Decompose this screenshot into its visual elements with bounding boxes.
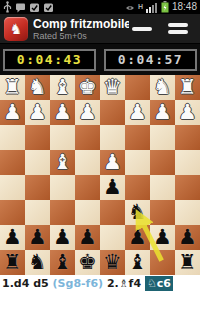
square-h2[interactable]: ♟ (0, 100, 25, 125)
move-token-3[interactable]: ♘c6 (145, 276, 173, 291)
white-pawn: ♟ (153, 100, 172, 125)
square-b7[interactable]: ♟ (150, 225, 175, 250)
hspa-icon: H (138, 3, 143, 11)
square-c7[interactable]: ♟ (125, 225, 150, 250)
black-pawn: ♟ (128, 225, 147, 250)
square-e3[interactable] (75, 125, 100, 150)
white-pawn: ♟ (3, 100, 22, 125)
square-b3[interactable] (150, 125, 175, 150)
square-b5[interactable] (150, 175, 175, 200)
square-f6[interactable] (50, 200, 75, 225)
white-pawn: ♟ (128, 100, 147, 125)
clock-left: 0:04:43 (3, 49, 96, 71)
square-a3[interactable] (175, 125, 200, 150)
minimize-button[interactable] (132, 27, 152, 31)
square-g1[interactable]: ♞ (25, 75, 50, 100)
square-d7[interactable] (100, 225, 125, 250)
white-pawn: ♟ (103, 150, 122, 175)
status-bar: H 18:48 (0, 0, 200, 14)
knight-logo-icon: ♞ (10, 22, 23, 36)
square-a7[interactable]: ♟ (175, 225, 200, 250)
black-pawn: ♟ (3, 225, 22, 250)
square-c4[interactable] (125, 150, 150, 175)
black-bishop: ♝ (128, 250, 147, 275)
black-rook: ♜ (178, 250, 197, 275)
white-pawn: ♟ (178, 100, 197, 125)
square-e4[interactable] (75, 150, 100, 175)
clock-right-value: 0:04:57 (118, 52, 183, 67)
square-c5[interactable] (125, 175, 150, 200)
black-knight: ♞ (28, 250, 47, 275)
white-queen: ♛ (103, 75, 122, 100)
white-king: ♚ (78, 75, 97, 100)
square-f5[interactable] (50, 175, 75, 200)
square-d3[interactable] (100, 125, 125, 150)
visibility-icon (125, 3, 135, 12)
battery-icon (161, 1, 169, 13)
check-box-icon (43, 2, 54, 13)
square-a2[interactable]: ♟ (175, 100, 200, 125)
square-g4[interactable] (25, 150, 50, 175)
black-pawn: ♟ (153, 225, 172, 250)
square-d4[interactable]: ♟ (100, 150, 125, 175)
square-c2[interactable]: ♟ (125, 100, 150, 125)
move-list[interactable]: 1.d4 d5 (Sg8-f6) 2.♗f4 ♘c6 (0, 275, 200, 293)
black-pawn: ♟ (103, 175, 122, 200)
square-e8[interactable]: ♚ (75, 250, 100, 275)
square-h4[interactable] (0, 150, 25, 175)
square-c3[interactable] (125, 125, 150, 150)
app-subtitle: Rated 5m+0s (33, 31, 129, 41)
app-title: Comp fritzmobile… (33, 17, 129, 31)
square-g6[interactable] (25, 200, 50, 225)
clock-right: 0:04:57 (104, 49, 197, 71)
white-pawn: ♟ (53, 100, 72, 125)
black-bishop: ♝ (53, 250, 72, 275)
square-f8[interactable]: ♝ (50, 250, 75, 275)
square-b6[interactable] (150, 200, 175, 225)
black-rook: ♜ (3, 250, 22, 275)
black-king: ♚ (78, 250, 97, 275)
square-a5[interactable] (175, 175, 200, 200)
black-knight: ♞ (128, 200, 147, 225)
white-rook: ♜ (3, 75, 22, 100)
square-d8[interactable]: ♛ (100, 250, 125, 275)
white-bishop: ♝ (53, 150, 72, 175)
square-a6[interactable] (175, 200, 200, 225)
square-d6[interactable] (100, 200, 125, 225)
black-pawn: ♟ (53, 225, 72, 250)
move-token-1[interactable]: (Sg8-f6) (53, 277, 104, 290)
square-c1[interactable] (125, 75, 150, 100)
menu-button[interactable] (168, 23, 188, 34)
square-a4[interactable] (175, 150, 200, 175)
white-knight: ♞ (28, 75, 47, 100)
square-b4[interactable] (150, 150, 175, 175)
square-g2[interactable]: ♟ (25, 100, 50, 125)
usb-icon (3, 1, 12, 13)
square-f7[interactable]: ♟ (50, 225, 75, 250)
white-pawn: ♟ (78, 100, 97, 125)
square-h6[interactable] (0, 200, 25, 225)
white-rook: ♜ (178, 75, 197, 100)
square-e2[interactable]: ♟ (75, 100, 100, 125)
move-token-0[interactable]: 1.d4 d5 (2, 277, 53, 290)
square-b2[interactable]: ♟ (150, 100, 175, 125)
square-d2[interactable] (100, 100, 125, 125)
square-f4[interactable]: ♝ (50, 150, 75, 175)
square-e7[interactable]: ♟ (75, 225, 100, 250)
square-e5[interactable] (75, 175, 100, 200)
white-bishop: ♝ (53, 75, 72, 100)
clock-strip: 0:04:43 0:04:57 (0, 44, 200, 75)
square-h8[interactable]: ♜ (0, 250, 25, 275)
square-a8[interactable]: ♜ (175, 250, 200, 275)
move-token-2[interactable]: 2.♗f4 (103, 277, 145, 290)
square-h3[interactable] (0, 125, 25, 150)
board-grid: ♜♞♝♚♛♞♜♟♟♟♟♟♟♟♝♟♟♞♟♟♟♟♟♟♟♜♞♝♚♛♝♜ (0, 75, 200, 275)
check-box-icon (29, 2, 40, 13)
square-g3[interactable] (25, 125, 50, 150)
black-pawn: ♟ (178, 225, 197, 250)
square-h7[interactable]: ♟ (0, 225, 25, 250)
square-b8[interactable] (150, 250, 175, 275)
chess-board[interactable]: ♜♞♝♚♛♞♜♟♟♟♟♟♟♟♝♟♟♞♟♟♟♟♟♟♟♜♞♝♚♛♝♜ (0, 75, 200, 275)
app-screen: H 18:48 ♞ Comp fritzmobile… Rated 5m+0s (0, 0, 200, 333)
black-pawn: ♟ (28, 225, 47, 250)
square-e1[interactable]: ♚ (75, 75, 100, 100)
square-f2[interactable]: ♟ (50, 100, 75, 125)
square-h5[interactable] (0, 175, 25, 200)
square-g7[interactable]: ♟ (25, 225, 50, 250)
square-c6[interactable]: ♞ (125, 200, 150, 225)
square-f1[interactable]: ♝ (50, 75, 75, 100)
square-h1[interactable]: ♜ (0, 75, 25, 100)
square-d5[interactable]: ♟ (100, 175, 125, 200)
app-icon: ♞ (4, 17, 28, 41)
square-d1[interactable]: ♛ (100, 75, 125, 100)
square-b1[interactable]: ♞ (150, 75, 175, 100)
square-g8[interactable]: ♞ (25, 250, 50, 275)
signal-icon (146, 2, 158, 13)
square-e6[interactable] (75, 200, 100, 225)
message-icon (15, 2, 26, 13)
status-time: 18:48 (172, 0, 197, 14)
square-a1[interactable]: ♜ (175, 75, 200, 100)
square-c8[interactable]: ♝ (125, 250, 150, 275)
white-knight: ♞ (153, 75, 172, 100)
square-f3[interactable] (50, 125, 75, 150)
black-queen: ♛ (103, 250, 122, 275)
clock-left-value: 0:04:43 (17, 52, 82, 67)
title-bar: ♞ Comp fritzmobile… Rated 5m+0s (0, 14, 200, 44)
white-pawn: ♟ (28, 100, 47, 125)
black-pawn: ♟ (78, 225, 97, 250)
square-g5[interactable] (25, 175, 50, 200)
